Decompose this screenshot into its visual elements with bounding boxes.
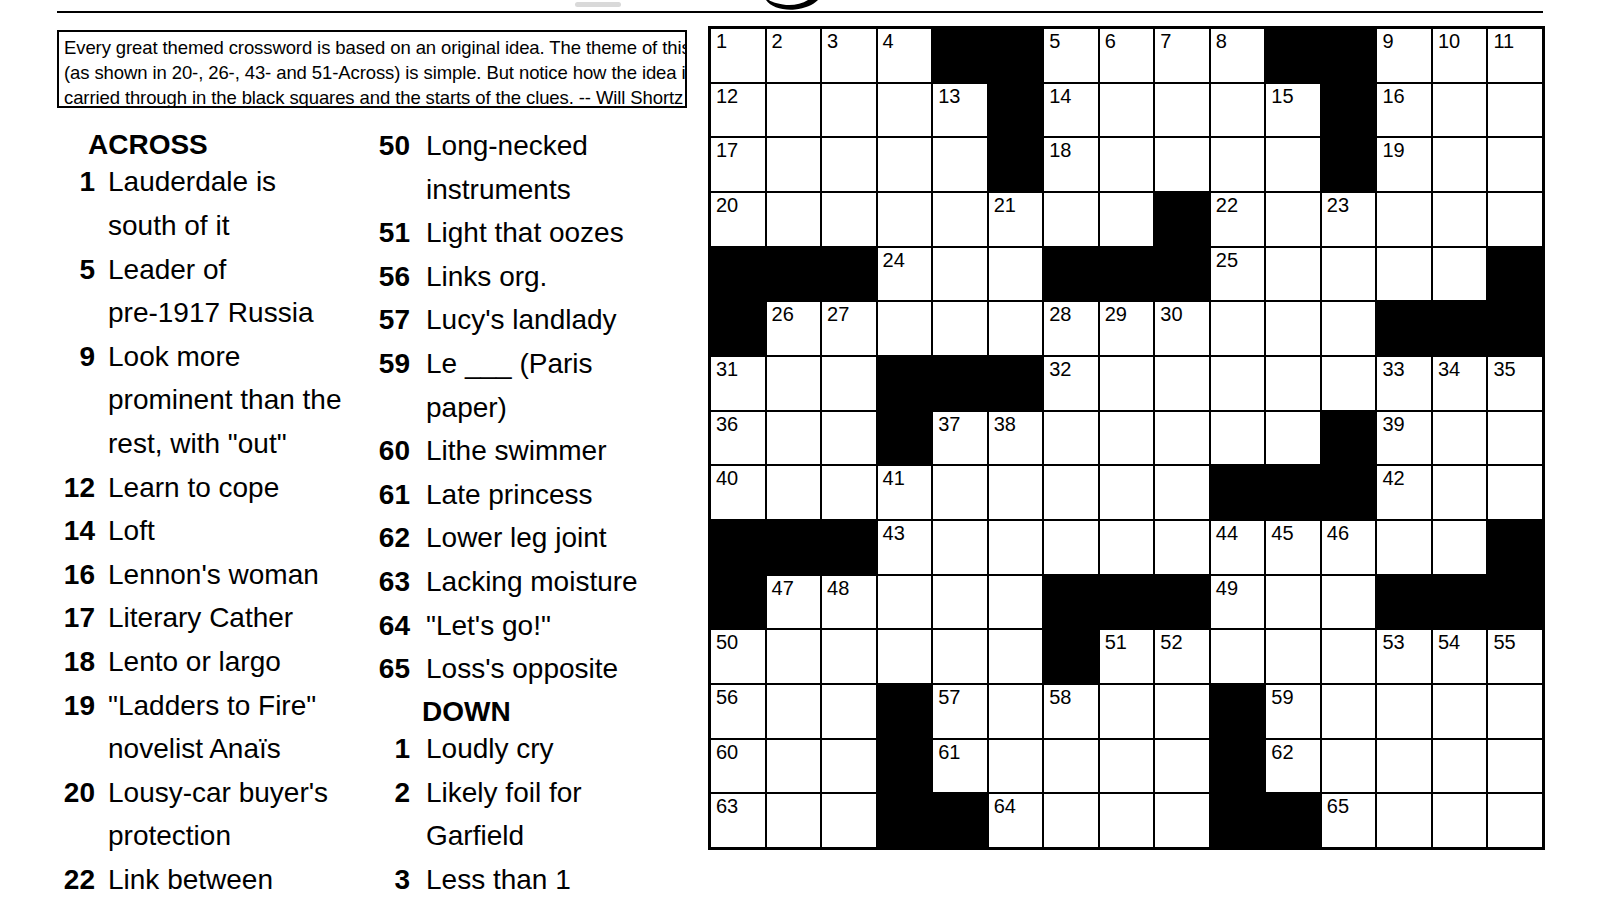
grid-cell[interactable]: 19: [1376, 137, 1432, 192]
cell-number: 7: [1160, 30, 1171, 52]
grid-cell[interactable]: [766, 137, 822, 192]
grid-cell[interactable]: [932, 575, 988, 630]
grid-cell-black: [877, 684, 933, 739]
grid-cell[interactable]: [1376, 520, 1432, 575]
grid-cell[interactable]: [1099, 411, 1155, 466]
clue-line: 3Less than 1: [360, 863, 672, 900]
clue-line: 18Lento or largo: [57, 645, 369, 689]
grid-cell[interactable]: [1376, 739, 1432, 794]
grid-cell[interactable]: [1432, 137, 1488, 192]
grid-cell[interactable]: [877, 575, 933, 630]
clue-line: 2Likely foil for: [360, 776, 672, 820]
cell-number: 23: [1327, 194, 1349, 216]
grid-cell[interactable]: [1210, 137, 1266, 192]
grid-cell[interactable]: [1487, 192, 1543, 247]
cell-number: 61: [938, 741, 960, 763]
grid-cell[interactable]: [1432, 465, 1488, 520]
grid-cell[interactable]: [1099, 137, 1155, 192]
clue-text: "Let's go!": [426, 609, 551, 642]
clue-text: south of it: [108, 209, 229, 242]
grid-cell[interactable]: 30: [1154, 301, 1210, 356]
grid-cell[interactable]: [1154, 83, 1210, 138]
clue-text: prominent than the: [108, 383, 342, 416]
cell-number: 58: [1049, 686, 1071, 708]
grid-cell[interactable]: [1321, 684, 1377, 739]
grid-cell[interactable]: 18: [1043, 137, 1099, 192]
clue-line: 17Literary Cather: [57, 601, 369, 645]
grid-cell[interactable]: 16: [1376, 83, 1432, 138]
grid-cell[interactable]: [1432, 192, 1488, 247]
grid-cell[interactable]: [1043, 793, 1099, 848]
grid-cell[interactable]: 51: [1099, 629, 1155, 684]
grid-cell[interactable]: [1321, 301, 1377, 356]
cell-number: 17: [716, 139, 738, 161]
clue-text: Lower leg joint: [426, 521, 607, 554]
clue-number: 2: [360, 776, 410, 809]
grid-cell[interactable]: 40: [710, 465, 766, 520]
clue-text: Lousy-car buyer's: [108, 776, 328, 809]
clue-text: Light that oozes: [426, 216, 624, 249]
grid-cell[interactable]: [988, 520, 1044, 575]
clue-text: Lucy's landlady: [426, 303, 617, 336]
grid-cell[interactable]: [766, 411, 822, 466]
grid-cell-black: [1432, 575, 1488, 630]
grid-cell[interactable]: 4: [877, 28, 933, 83]
grid-cell[interactable]: [1210, 411, 1266, 466]
clue-text: Loss's opposite: [426, 652, 618, 685]
grid-cell[interactable]: 37: [932, 411, 988, 466]
grid-cell[interactable]: [1154, 411, 1210, 466]
grid-cell[interactable]: 48: [821, 575, 877, 630]
grid-cell[interactable]: [1210, 356, 1266, 411]
grid-cell[interactable]: 39: [1376, 411, 1432, 466]
clue-number: 5: [57, 253, 95, 286]
cell-number: 8: [1216, 30, 1227, 52]
grid-cell-black: [1487, 520, 1543, 575]
grid-cell[interactable]: 12: [710, 83, 766, 138]
grid-cell[interactable]: [877, 629, 933, 684]
grid-cell-black: [1487, 575, 1543, 630]
grid-cell-black: [766, 247, 822, 302]
cell-number: 62: [1271, 741, 1293, 763]
clue-continuation-line: prominent than the: [57, 383, 369, 427]
clue-text: rest, with "out": [108, 427, 287, 460]
grid-cell[interactable]: 43: [877, 520, 933, 575]
cell-number: 45: [1271, 522, 1293, 544]
cell-number: 39: [1382, 413, 1404, 435]
grid-cell[interactable]: 33: [1376, 356, 1432, 411]
cut-off-masthead-glyph: [766, 0, 818, 10]
grid-cell[interactable]: 55: [1487, 629, 1543, 684]
clue-number: 17: [57, 601, 95, 634]
grid-cell[interactable]: [1432, 83, 1488, 138]
grid-cell[interactable]: [1265, 629, 1321, 684]
clue-line: 19"Ladders to Fire": [57, 689, 369, 733]
clue-line: 1Loudly cry: [360, 732, 672, 776]
clue-number: 1: [360, 732, 410, 765]
top-rule: [57, 11, 1543, 13]
grid-cell[interactable]: [1043, 520, 1099, 575]
grid-cell[interactable]: [932, 192, 988, 247]
grid-cell[interactable]: 25: [1210, 247, 1266, 302]
grid-cell[interactable]: [1043, 739, 1099, 794]
grid-cell[interactable]: 26: [766, 301, 822, 356]
grid-cell[interactable]: 5: [1043, 28, 1099, 83]
grid-cell[interactable]: [932, 301, 988, 356]
grid-cell[interactable]: [1487, 684, 1543, 739]
cut-off-masthead-smudge: [575, 2, 621, 7]
cell-number: 60: [716, 741, 738, 763]
cell-number: 54: [1438, 631, 1460, 653]
grid-cell[interactable]: 15: [1265, 83, 1321, 138]
grid-cell-black: [766, 520, 822, 575]
grid-cell[interactable]: 14: [1043, 83, 1099, 138]
clue-text: novelist Anaïs: [108, 732, 281, 765]
grid-cell[interactable]: [821, 411, 877, 466]
grid-cell[interactable]: [766, 465, 822, 520]
grid-cell[interactable]: [1487, 411, 1543, 466]
grid-cell[interactable]: [821, 739, 877, 794]
grid-cell[interactable]: [1487, 137, 1543, 192]
cell-number: 32: [1049, 358, 1071, 380]
clue-line: 59Le ___ (Paris: [360, 347, 672, 391]
grid-cell[interactable]: [821, 684, 877, 739]
cell-number: 6: [1105, 30, 1116, 52]
grid-cell[interactable]: [1043, 411, 1099, 466]
cell-number: 27: [827, 303, 849, 325]
grid-cell[interactable]: [1487, 465, 1543, 520]
grid-cell[interactable]: 52: [1154, 629, 1210, 684]
grid-cell[interactable]: [1154, 739, 1210, 794]
cell-number: 52: [1160, 631, 1182, 653]
grid-cell[interactable]: [1099, 684, 1155, 739]
grid-cell[interactable]: 6: [1099, 28, 1155, 83]
grid-cell[interactable]: 1: [710, 28, 766, 83]
clue-text: instruments: [426, 173, 571, 206]
grid-cell[interactable]: [932, 520, 988, 575]
cell-number: 21: [994, 194, 1016, 216]
grid-cell[interactable]: [1099, 520, 1155, 575]
grid-cell[interactable]: [1321, 629, 1377, 684]
grid-cell[interactable]: [1043, 192, 1099, 247]
grid-cell-black: [988, 356, 1044, 411]
grid-cell-black: [1321, 28, 1377, 83]
grid-cell[interactable]: [988, 465, 1044, 520]
grid-cell[interactable]: 11: [1487, 28, 1543, 83]
cell-number: 53: [1382, 631, 1404, 653]
cell-number: 51: [1105, 631, 1127, 653]
grid-cell-black: [1099, 247, 1155, 302]
grid-cell[interactable]: [1376, 684, 1432, 739]
grid-cell[interactable]: [1376, 793, 1432, 848]
grid-cell-black: [1154, 247, 1210, 302]
grid-cell[interactable]: [1432, 739, 1488, 794]
clue-continuation-line: protection: [57, 819, 369, 863]
grid-cell[interactable]: [877, 137, 933, 192]
grid-cell-black: [1210, 739, 1266, 794]
grid-cell-black: [1043, 629, 1099, 684]
grid-cell[interactable]: [988, 739, 1044, 794]
clue-number: 19: [57, 689, 95, 722]
grid-cell[interactable]: [1210, 301, 1266, 356]
cell-number: 9: [1382, 30, 1393, 52]
clue-continuation-line: paper): [360, 391, 672, 435]
grid-cell[interactable]: [1376, 192, 1432, 247]
cell-number: 3: [827, 30, 838, 52]
grid-cell[interactable]: 32: [1043, 356, 1099, 411]
grid-cell[interactable]: [877, 301, 933, 356]
grid-cell[interactable]: [988, 684, 1044, 739]
grid-cell[interactable]: 38: [988, 411, 1044, 466]
grid-cell[interactable]: [1265, 575, 1321, 630]
clue-number: 65: [360, 652, 410, 685]
grid-cell[interactable]: 29: [1099, 301, 1155, 356]
grid-cell[interactable]: [1099, 465, 1155, 520]
grid-cell[interactable]: 22: [1210, 192, 1266, 247]
cell-number: 5: [1049, 30, 1060, 52]
grid-cell[interactable]: [1099, 356, 1155, 411]
grid-cell-black: [988, 137, 1044, 192]
grid-cell[interactable]: [1154, 793, 1210, 848]
clue-number: 56: [360, 260, 410, 293]
grid-cell[interactable]: 8: [1210, 28, 1266, 83]
grid-cell[interactable]: [1321, 575, 1377, 630]
cell-number: 55: [1493, 631, 1515, 653]
grid-cell[interactable]: [1432, 247, 1488, 302]
grid-cell[interactable]: [932, 137, 988, 192]
grid-cell[interactable]: [821, 793, 877, 848]
grid-cell[interactable]: [766, 192, 822, 247]
grid-cell[interactable]: 10: [1432, 28, 1488, 83]
cell-number: 10: [1438, 30, 1460, 52]
grid-cell[interactable]: [1265, 192, 1321, 247]
grid-cell[interactable]: 13: [932, 83, 988, 138]
grid-cell[interactable]: [1321, 356, 1377, 411]
clue-line: 65Loss's opposite: [360, 652, 672, 696]
grid-cell[interactable]: [1487, 83, 1543, 138]
grid-cell[interactable]: [766, 793, 822, 848]
grid-cell[interactable]: 60: [710, 739, 766, 794]
grid-cell[interactable]: 28: [1043, 301, 1099, 356]
cell-number: 25: [1216, 249, 1238, 271]
grid-cell[interactable]: 45: [1265, 520, 1321, 575]
grid-cell[interactable]: [1432, 793, 1488, 848]
cell-number: 29: [1105, 303, 1127, 325]
cell-number: 20: [716, 194, 738, 216]
grid-cell[interactable]: [766, 684, 822, 739]
grid-cell[interactable]: [988, 247, 1044, 302]
clue-line: 22Link between: [57, 863, 369, 900]
clue-number: 61: [360, 478, 410, 511]
cell-number: 65: [1327, 795, 1349, 817]
editor-note: Every great themed crossword is based on…: [57, 30, 687, 108]
grid-cell-black: [1321, 465, 1377, 520]
grid-cell[interactable]: 2: [766, 28, 822, 83]
grid-cell[interactable]: [821, 192, 877, 247]
grid-cell[interactable]: 49: [1210, 575, 1266, 630]
grid-cell[interactable]: [877, 192, 933, 247]
grid-cell[interactable]: 21: [988, 192, 1044, 247]
clue-text: Long-necked: [426, 129, 588, 162]
grid-cell[interactable]: 41: [877, 465, 933, 520]
clue-line: 57Lucy's landlady: [360, 303, 672, 347]
clue-line: 63Lacking moisture: [360, 565, 672, 609]
grid-cell-black: [877, 793, 933, 848]
clue-number: 16: [57, 558, 95, 591]
grid-cell[interactable]: 56: [710, 684, 766, 739]
grid-cell-black: [1321, 411, 1377, 466]
grid-cell[interactable]: [1487, 793, 1543, 848]
grid-cell[interactable]: [1099, 739, 1155, 794]
grid-cell[interactable]: 63: [710, 793, 766, 848]
grid-cell[interactable]: [821, 83, 877, 138]
grid-cell[interactable]: [988, 301, 1044, 356]
grid-cell[interactable]: 62: [1265, 739, 1321, 794]
clue-text: Lauderdale is: [108, 165, 276, 198]
grid-cell[interactable]: [1154, 137, 1210, 192]
grid-cell-black: [710, 575, 766, 630]
grid-cell-black: [710, 301, 766, 356]
cell-number: 46: [1327, 522, 1349, 544]
clue-line: 56Links org.: [360, 260, 672, 304]
cell-number: 47: [772, 577, 794, 599]
grid-cell-black: [1376, 575, 1432, 630]
clue-text: protection: [108, 819, 231, 852]
cell-number: 56: [716, 686, 738, 708]
grid-cell[interactable]: [1099, 192, 1155, 247]
grid-cell[interactable]: 20: [710, 192, 766, 247]
grid-cell[interactable]: [988, 575, 1044, 630]
grid-cell[interactable]: 31: [710, 356, 766, 411]
clue-text: Look more: [108, 340, 240, 373]
grid-cell[interactable]: 35: [1487, 356, 1543, 411]
grid-cell[interactable]: [1154, 356, 1210, 411]
grid-cell[interactable]: 44: [1210, 520, 1266, 575]
grid-cell[interactable]: [932, 465, 988, 520]
grid-cell[interactable]: 47: [766, 575, 822, 630]
cell-number: 19: [1382, 139, 1404, 161]
clue-number: 1: [57, 165, 95, 198]
clue-number: 22: [57, 863, 95, 896]
clue-text: Literary Cather: [108, 601, 293, 634]
grid-cell-black: [1321, 83, 1377, 138]
clue-line: 16Lennon's woman: [57, 558, 369, 602]
grid-cell-black: [821, 520, 877, 575]
grid-cell-black: [1265, 465, 1321, 520]
cell-number: 12: [716, 85, 738, 107]
clue-line: 1Lauderdale is: [57, 165, 369, 209]
grid-cell[interactable]: [1432, 411, 1488, 466]
grid-cell-black: [1376, 301, 1432, 356]
grid-cell[interactable]: [1154, 465, 1210, 520]
grid-cell[interactable]: 64: [988, 793, 1044, 848]
grid-cell[interactable]: 36: [710, 411, 766, 466]
clue-number: 59: [360, 347, 410, 380]
grid-cell[interactable]: [932, 247, 988, 302]
grid-cell[interactable]: [821, 356, 877, 411]
grid-cell[interactable]: 23: [1321, 192, 1377, 247]
grid-cell[interactable]: [821, 629, 877, 684]
grid-cell[interactable]: 7: [1154, 28, 1210, 83]
grid-cell[interactable]: 17: [710, 137, 766, 192]
grid-cell[interactable]: [1321, 247, 1377, 302]
grid-cell[interactable]: [1265, 247, 1321, 302]
grid-cell[interactable]: [1376, 247, 1432, 302]
grid-cell[interactable]: [1154, 520, 1210, 575]
grid-cell-black: [1043, 247, 1099, 302]
cell-number: 1: [716, 30, 727, 52]
grid-cell-black: [877, 411, 933, 466]
grid-cell[interactable]: [1321, 739, 1377, 794]
grid-cell[interactable]: [1265, 301, 1321, 356]
cell-number: 48: [827, 577, 849, 599]
grid-cell[interactable]: [1210, 83, 1266, 138]
grid-cell-black: [1210, 465, 1266, 520]
grid-cell[interactable]: 53: [1376, 629, 1432, 684]
cell-number: 28: [1049, 303, 1071, 325]
grid-cell-black: [710, 247, 766, 302]
grid-cell[interactable]: [766, 356, 822, 411]
cell-number: 33: [1382, 358, 1404, 380]
grid-cell[interactable]: [1487, 739, 1543, 794]
grid-cell[interactable]: [1099, 793, 1155, 848]
grid-cell[interactable]: [821, 465, 877, 520]
grid-cell[interactable]: [1154, 684, 1210, 739]
grid-cell[interactable]: 3: [821, 28, 877, 83]
grid-cell[interactable]: [1432, 684, 1488, 739]
clue-text: Less than 1: [426, 863, 571, 896]
grid-cell[interactable]: 9: [1376, 28, 1432, 83]
grid-cell[interactable]: 50: [710, 629, 766, 684]
grid-cell[interactable]: [988, 629, 1044, 684]
cell-number: 63: [716, 795, 738, 817]
grid-cell[interactable]: [877, 83, 933, 138]
grid-cell[interactable]: [766, 83, 822, 138]
clue-line: 60Lithe swimmer: [360, 434, 672, 478]
grid-cell[interactable]: 42: [1376, 465, 1432, 520]
grid-cell[interactable]: 65: [1321, 793, 1377, 848]
grid-cell[interactable]: 61: [932, 739, 988, 794]
clue-text: Loft: [108, 514, 155, 547]
grid-cell[interactable]: 34: [1432, 356, 1488, 411]
grid-cell[interactable]: 57: [932, 684, 988, 739]
grid-cell[interactable]: [1043, 465, 1099, 520]
grid-cell[interactable]: 59: [1265, 684, 1321, 739]
cell-number: 24: [883, 249, 905, 271]
cell-number: 16: [1382, 85, 1404, 107]
grid-cell[interactable]: 46: [1321, 520, 1377, 575]
grid-cell-black: [1487, 301, 1543, 356]
grid-cell[interactable]: [821, 137, 877, 192]
grid-cell[interactable]: [1210, 629, 1266, 684]
grid-cell[interactable]: [1099, 83, 1155, 138]
grid-cell[interactable]: [1432, 520, 1488, 575]
grid-cell[interactable]: 54: [1432, 629, 1488, 684]
grid-cell-black: [1265, 28, 1321, 83]
grid-cell-black: [932, 356, 988, 411]
clue-continuation-line: rest, with "out": [57, 427, 369, 471]
grid-cell[interactable]: [932, 629, 988, 684]
grid-cell[interactable]: 58: [1043, 684, 1099, 739]
grid-cell[interactable]: [766, 739, 822, 794]
grid-cell[interactable]: [1265, 137, 1321, 192]
grid-cell[interactable]: [1265, 411, 1321, 466]
grid-cell[interactable]: [1265, 356, 1321, 411]
grid-cell[interactable]: 24: [877, 247, 933, 302]
clue-text: Lacking moisture: [426, 565, 638, 598]
grid-cell[interactable]: 27: [821, 301, 877, 356]
grid-cell[interactable]: [766, 629, 822, 684]
